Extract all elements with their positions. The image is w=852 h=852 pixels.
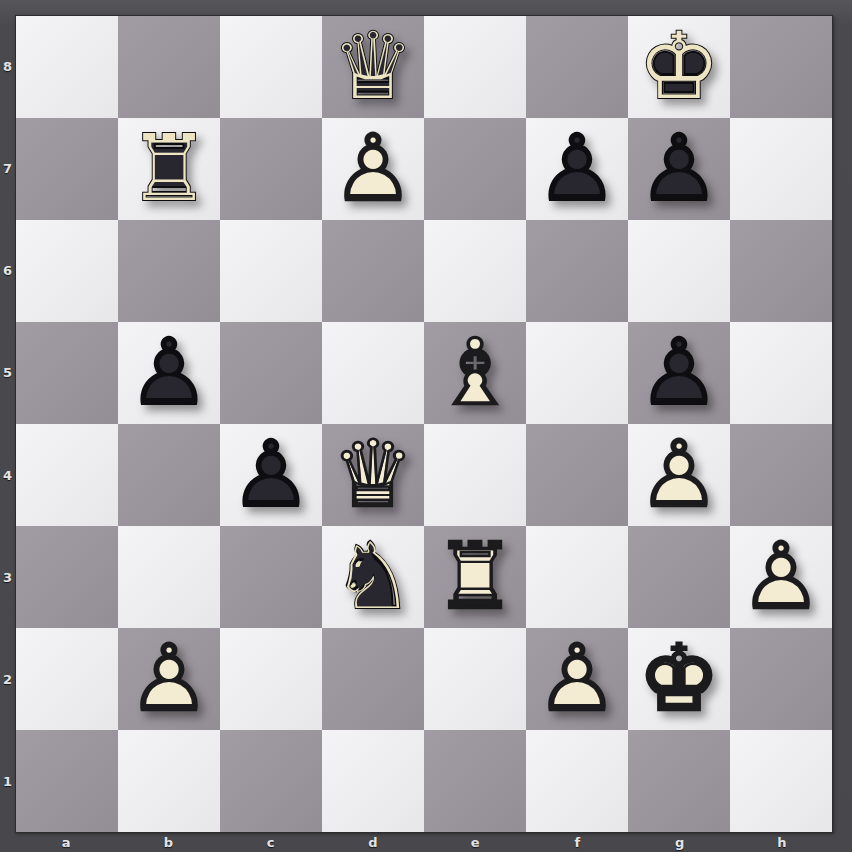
- square-g8[interactable]: ♚♔: [628, 16, 730, 118]
- square-g6[interactable]: [628, 220, 730, 322]
- square-b7[interactable]: ♜♖: [118, 118, 220, 220]
- square-f4[interactable]: [526, 424, 628, 526]
- square-d7[interactable]: ♟♙: [322, 118, 424, 220]
- square-h7[interactable]: [730, 118, 832, 220]
- square-d8[interactable]: ♛♕: [322, 16, 424, 118]
- black-queen-outline-icon: ♕: [322, 16, 424, 118]
- square-a2[interactable]: [16, 628, 118, 730]
- file-label-e: e: [424, 833, 526, 852]
- piece-white-pawn[interactable]: ♟♙: [628, 424, 730, 526]
- square-f3[interactable]: [526, 526, 628, 628]
- rank-label-7: 7: [0, 117, 15, 219]
- black-pawn-outline-icon: ♙: [628, 322, 730, 424]
- white-bishop-outline-icon: ♗: [424, 322, 526, 424]
- piece-black-pawn[interactable]: ♟♙: [628, 118, 730, 220]
- square-c1[interactable]: [220, 730, 322, 832]
- white-pawn-outline-icon: ♙: [628, 424, 730, 526]
- square-d4[interactable]: ♛♕: [322, 424, 424, 526]
- rank-label-2: 2: [0, 629, 15, 731]
- rank-label-5: 5: [0, 322, 15, 424]
- black-pawn-outline-icon: ♙: [628, 118, 730, 220]
- square-c8[interactable]: [220, 16, 322, 118]
- piece-white-rook[interactable]: ♜♖: [424, 526, 526, 628]
- file-label-c: c: [220, 833, 322, 852]
- file-label-f: f: [526, 833, 628, 852]
- file-label-a: a: [15, 833, 117, 852]
- piece-white-pawn[interactable]: ♟♙: [118, 628, 220, 730]
- piece-white-pawn[interactable]: ♟♙: [526, 628, 628, 730]
- black-pawn-outline-icon: ♙: [220, 424, 322, 526]
- chess-board: ♛♕♚♔♜♖♟♙♟♙♟♙♟♙♝♗♟♙♟♙♛♕♟♙♞♘♜♖♟♙♟♙♟♙♚♔: [15, 15, 833, 833]
- white-pawn-outline-icon: ♙: [118, 628, 220, 730]
- square-f2[interactable]: ♟♙: [526, 628, 628, 730]
- piece-black-pawn[interactable]: ♟♙: [628, 322, 730, 424]
- square-d2[interactable]: [322, 628, 424, 730]
- square-a4[interactable]: [16, 424, 118, 526]
- square-e3[interactable]: ♜♖: [424, 526, 526, 628]
- square-h2[interactable]: [730, 628, 832, 730]
- square-c4[interactable]: ♟♙: [220, 424, 322, 526]
- square-a1[interactable]: [16, 730, 118, 832]
- piece-black-knight[interactable]: ♞♘: [322, 526, 424, 628]
- piece-white-king[interactable]: ♚♔: [628, 628, 730, 730]
- square-c3[interactable]: [220, 526, 322, 628]
- square-a3[interactable]: [16, 526, 118, 628]
- square-e4[interactable]: [424, 424, 526, 526]
- square-h6[interactable]: [730, 220, 832, 322]
- square-e2[interactable]: [424, 628, 526, 730]
- square-a6[interactable]: [16, 220, 118, 322]
- square-d6[interactable]: [322, 220, 424, 322]
- square-b8[interactable]: [118, 16, 220, 118]
- square-f5[interactable]: [526, 322, 628, 424]
- piece-white-pawn[interactable]: ♟♙: [730, 526, 832, 628]
- square-e8[interactable]: [424, 16, 526, 118]
- white-pawn-outline-icon: ♙: [730, 526, 832, 628]
- square-c7[interactable]: [220, 118, 322, 220]
- square-e1[interactable]: [424, 730, 526, 832]
- square-c6[interactable]: [220, 220, 322, 322]
- piece-black-pawn[interactable]: ♟♙: [220, 424, 322, 526]
- square-g5[interactable]: ♟♙: [628, 322, 730, 424]
- rank-label-1: 1: [0, 731, 15, 833]
- square-h1[interactable]: [730, 730, 832, 832]
- square-b5[interactable]: ♟♙: [118, 322, 220, 424]
- square-h3[interactable]: ♟♙: [730, 526, 832, 628]
- square-f7[interactable]: ♟♙: [526, 118, 628, 220]
- square-b6[interactable]: [118, 220, 220, 322]
- square-d1[interactable]: [322, 730, 424, 832]
- piece-white-bishop[interactable]: ♝♗: [424, 322, 526, 424]
- piece-black-king[interactable]: ♚♔: [628, 16, 730, 118]
- white-king-outline-icon: ♔: [628, 628, 730, 730]
- square-a5[interactable]: [16, 322, 118, 424]
- black-knight-outline-icon: ♘: [322, 526, 424, 628]
- black-king-outline-icon: ♔: [628, 16, 730, 118]
- square-g7[interactable]: ♟♙: [628, 118, 730, 220]
- rank-label-4: 4: [0, 424, 15, 526]
- square-e7[interactable]: [424, 118, 526, 220]
- white-rook-outline-icon: ♖: [424, 526, 526, 628]
- square-g2[interactable]: ♚♔: [628, 628, 730, 730]
- rank-label-6: 6: [0, 220, 15, 322]
- file-label-g: g: [629, 833, 731, 852]
- white-pawn-outline-icon: ♙: [322, 118, 424, 220]
- piece-black-pawn[interactable]: ♟♙: [118, 322, 220, 424]
- white-queen-outline-icon: ♕: [322, 424, 424, 526]
- square-f6[interactable]: [526, 220, 628, 322]
- black-rook-outline-icon: ♖: [118, 118, 220, 220]
- square-c5[interactable]: [220, 322, 322, 424]
- file-label-h: h: [731, 833, 833, 852]
- square-b4[interactable]: [118, 424, 220, 526]
- square-d3[interactable]: ♞♘: [322, 526, 424, 628]
- black-pawn-outline-icon: ♙: [118, 322, 220, 424]
- piece-black-rook[interactable]: ♜♖: [118, 118, 220, 220]
- square-g1[interactable]: [628, 730, 730, 832]
- square-e6[interactable]: [424, 220, 526, 322]
- square-h4[interactable]: [730, 424, 832, 526]
- file-label-d: d: [322, 833, 424, 852]
- black-pawn-outline-icon: ♙: [526, 118, 628, 220]
- square-e5[interactable]: ♝♗: [424, 322, 526, 424]
- square-b2[interactable]: ♟♙: [118, 628, 220, 730]
- white-pawn-outline-icon: ♙: [526, 628, 628, 730]
- chess-board-frame: ♛♕♚♔♜♖♟♙♟♙♟♙♟♙♝♗♟♙♟♙♛♕♟♙♞♘♜♖♟♙♟♙♟♙♚♔ 876…: [0, 0, 852, 852]
- square-f1[interactable]: [526, 730, 628, 832]
- piece-white-pawn[interactable]: ♟♙: [322, 118, 424, 220]
- square-h5[interactable]: [730, 322, 832, 424]
- square-a8[interactable]: [16, 16, 118, 118]
- square-f8[interactable]: [526, 16, 628, 118]
- square-g3[interactable]: [628, 526, 730, 628]
- rank-label-8: 8: [0, 15, 15, 117]
- square-b3[interactable]: [118, 526, 220, 628]
- file-label-b: b: [117, 833, 219, 852]
- square-c2[interactable]: [220, 628, 322, 730]
- square-g4[interactable]: ♟♙: [628, 424, 730, 526]
- rank-label-3: 3: [0, 526, 15, 628]
- square-h8[interactable]: [730, 16, 832, 118]
- square-b1[interactable]: [118, 730, 220, 832]
- piece-black-pawn[interactable]: ♟♙: [526, 118, 628, 220]
- piece-black-queen[interactable]: ♛♕: [322, 16, 424, 118]
- piece-white-queen[interactable]: ♛♕: [322, 424, 424, 526]
- square-a7[interactable]: [16, 118, 118, 220]
- square-d5[interactable]: [322, 322, 424, 424]
